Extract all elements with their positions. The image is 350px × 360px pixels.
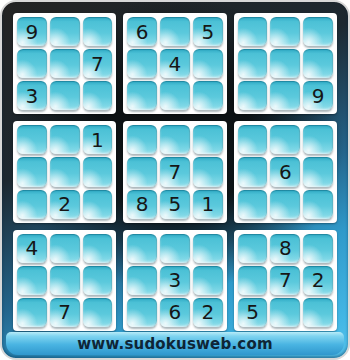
cell-r4c7[interactable] (238, 125, 268, 154)
cell-r8c1[interactable] (17, 266, 47, 295)
block-r1c2: 654 (123, 13, 226, 114)
cell-r6c7[interactable] (238, 190, 268, 219)
cell-r2c6[interactable] (193, 49, 223, 78)
cell-r4c5[interactable] (160, 125, 190, 154)
cell-r2c1[interactable] (17, 49, 47, 78)
cell-r6c9[interactable] (303, 190, 333, 219)
cell-r7c1: 4 (17, 234, 47, 263)
cell-r1c6: 5 (193, 17, 223, 46)
cell-r8c4[interactable] (127, 266, 157, 295)
block-r3c3: 8725 (234, 230, 337, 331)
cell-r7c7[interactable] (238, 234, 268, 263)
cell-r5c9[interactable] (303, 157, 333, 186)
cell-r5c4[interactable] (127, 157, 157, 186)
cell-r3c7[interactable] (238, 81, 268, 110)
cell-r1c1: 9 (17, 17, 47, 46)
cell-r7c8: 8 (270, 234, 300, 263)
cell-r3c4[interactable] (127, 81, 157, 110)
cell-r2c4[interactable] (127, 49, 157, 78)
cell-r1c2[interactable] (50, 17, 80, 46)
cell-r6c3[interactable] (83, 190, 113, 219)
cell-r9c1[interactable] (17, 298, 47, 327)
cell-r9c5: 6 (160, 298, 190, 327)
cell-r3c5[interactable] (160, 81, 190, 110)
cell-r6c8[interactable] (270, 190, 300, 219)
cell-r8c8: 7 (270, 266, 300, 295)
cell-r1c7[interactable] (238, 17, 268, 46)
cell-r4c9[interactable] (303, 125, 333, 154)
cell-r9c2: 7 (50, 298, 80, 327)
cell-r4c2[interactable] (50, 125, 80, 154)
cell-r5c3[interactable] (83, 157, 113, 186)
cell-r3c1: 3 (17, 81, 47, 110)
cell-r9c3[interactable] (83, 298, 113, 327)
block-r1c3: 9 (234, 13, 337, 114)
cell-r2c7[interactable] (238, 49, 268, 78)
cell-r9c6: 2 (193, 298, 223, 327)
block-r2c3: 6 (234, 121, 337, 222)
block-r3c1: 47 (13, 230, 116, 331)
cell-r5c5: 7 (160, 157, 190, 186)
block-r2c2: 7851 (123, 121, 226, 222)
cell-r7c3[interactable] (83, 234, 113, 263)
cell-r6c2: 2 (50, 190, 80, 219)
cell-r4c4[interactable] (127, 125, 157, 154)
cell-r2c8[interactable] (270, 49, 300, 78)
cell-r8c7[interactable] (238, 266, 268, 295)
cell-r3c2[interactable] (50, 81, 80, 110)
cell-r5c8: 6 (270, 157, 300, 186)
cell-r9c7: 5 (238, 298, 268, 327)
cell-r4c3: 1 (83, 125, 113, 154)
sudoku-board: 97365491278516473628725 (13, 13, 337, 331)
cell-r3c6[interactable] (193, 81, 223, 110)
block-r2c1: 12 (13, 121, 116, 222)
cell-r9c4[interactable] (127, 298, 157, 327)
cell-r7c6[interactable] (193, 234, 223, 263)
cell-r1c9[interactable] (303, 17, 333, 46)
cell-r9c8[interactable] (270, 298, 300, 327)
cell-r1c3[interactable] (83, 17, 113, 46)
cell-r5c7[interactable] (238, 157, 268, 186)
cell-r5c6[interactable] (193, 157, 223, 186)
cell-r7c9[interactable] (303, 234, 333, 263)
cell-r5c1[interactable] (17, 157, 47, 186)
cell-r4c1[interactable] (17, 125, 47, 154)
cell-r6c4: 8 (127, 190, 157, 219)
cell-r6c6: 1 (193, 190, 223, 219)
cell-r1c5[interactable] (160, 17, 190, 46)
cell-r8c2[interactable] (50, 266, 80, 295)
block-r1c1: 973 (13, 13, 116, 114)
block-r3c2: 362 (123, 230, 226, 331)
cell-r7c2[interactable] (50, 234, 80, 263)
cell-r4c6[interactable] (193, 125, 223, 154)
cell-r6c1[interactable] (17, 190, 47, 219)
website-link[interactable]: www.sudokusweb.com (77, 335, 272, 353)
cell-r8c9: 2 (303, 266, 333, 295)
cell-r2c2[interactable] (50, 49, 80, 78)
sudoku-app: 97365491278516473628725 www.sudokusweb.c… (0, 0, 350, 360)
cell-r8c5: 3 (160, 266, 190, 295)
cell-r5c2[interactable] (50, 157, 80, 186)
cell-r2c3: 7 (83, 49, 113, 78)
cell-r2c9[interactable] (303, 49, 333, 78)
cell-r8c6[interactable] (193, 266, 223, 295)
cell-r7c5[interactable] (160, 234, 190, 263)
footer-bar: www.sudokusweb.com (6, 332, 344, 355)
cell-r6c5: 5 (160, 190, 190, 219)
cell-r2c5: 4 (160, 49, 190, 78)
cell-r1c4: 6 (127, 17, 157, 46)
cell-r3c8[interactable] (270, 81, 300, 110)
cell-r3c9: 9 (303, 81, 333, 110)
cell-r7c4[interactable] (127, 234, 157, 263)
cell-r8c3[interactable] (83, 266, 113, 295)
cell-r3c3[interactable] (83, 81, 113, 110)
cell-r1c8[interactable] (270, 17, 300, 46)
cell-r4c8[interactable] (270, 125, 300, 154)
cell-r9c9[interactable] (303, 298, 333, 327)
